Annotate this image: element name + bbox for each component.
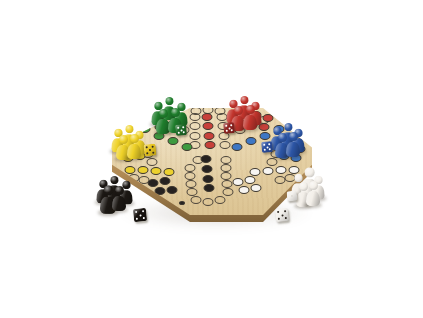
pawn-head	[289, 132, 298, 141]
track-circle[interactable]	[220, 141, 231, 149]
die-pip	[183, 131, 185, 133]
track-circle[interactable]	[215, 196, 226, 204]
red-die[interactable]	[223, 122, 235, 134]
blue-goal-circle[interactable]	[260, 132, 271, 140]
black-goal-circle[interactable]	[204, 184, 215, 192]
black-pawn[interactable]	[112, 186, 126, 211]
pawn-body	[127, 144, 141, 159]
track-circle[interactable]	[185, 164, 196, 172]
white-goal-circle[interactable]	[263, 167, 274, 175]
die-pip	[266, 146, 268, 148]
pawn-head	[246, 105, 255, 114]
red-goal-circle[interactable]	[205, 141, 216, 149]
white-goal-circle[interactable]	[250, 168, 261, 176]
red-goal-circle[interactable]	[203, 122, 214, 130]
die-pip	[182, 126, 184, 128]
pawn-body	[243, 115, 257, 130]
track-circle[interactable]	[147, 158, 158, 166]
pawn-body	[286, 142, 300, 157]
die-pip	[268, 143, 270, 145]
white-goal-circle[interactable]	[289, 166, 300, 174]
track-circle[interactable]	[190, 122, 201, 130]
blue-die[interactable]	[261, 141, 273, 153]
pawn-body	[306, 191, 320, 206]
black-goal-circle[interactable]	[201, 155, 212, 163]
die-pip	[225, 130, 227, 132]
green-goal-circle[interactable]	[168, 137, 179, 145]
green-goal-circle[interactable]	[182, 143, 193, 151]
die-pip	[269, 148, 271, 150]
pawn-head	[234, 106, 243, 115]
pawn-head	[115, 186, 124, 195]
track-circle[interactable]	[275, 176, 286, 184]
white-goal-circle[interactable]	[276, 166, 287, 174]
pawn-body	[112, 196, 126, 211]
die-pip	[180, 129, 182, 131]
black-home-circle[interactable]	[160, 177, 171, 185]
red-pawn[interactable]	[243, 105, 257, 130]
yellow-goal-circle[interactable]	[125, 166, 136, 174]
die-pip	[278, 217, 280, 219]
white-home-circle[interactable]	[251, 184, 262, 192]
white-die[interactable]	[275, 208, 289, 222]
white-pawn[interactable]	[306, 181, 320, 206]
track-circle[interactable]	[222, 180, 233, 188]
track-circle[interactable]	[223, 188, 234, 196]
die-pip	[149, 149, 151, 151]
die-pip	[135, 211, 137, 213]
die-pip	[142, 210, 144, 212]
die-pip	[281, 214, 283, 216]
pawn-head	[171, 108, 180, 117]
die-pip	[136, 217, 138, 219]
green-die[interactable]	[175, 124, 187, 136]
red-goal-circle[interactable]	[202, 113, 213, 121]
blue-goal-circle[interactable]	[232, 143, 243, 151]
pawn-head	[130, 134, 139, 143]
die-pip	[277, 211, 279, 213]
pawn-head	[159, 109, 168, 118]
black-home-circle[interactable]	[167, 186, 178, 194]
black-goal-circle[interactable]	[202, 165, 213, 173]
yellow-goal-circle[interactable]	[151, 167, 162, 175]
die-pip	[146, 146, 148, 148]
pawn-head	[110, 176, 118, 184]
track-circle[interactable]	[191, 196, 202, 204]
die-pip	[177, 126, 179, 128]
black-die[interactable]	[133, 208, 147, 222]
track-circle[interactable]	[190, 132, 201, 140]
black-start-mark-circle[interactable]	[179, 201, 185, 205]
die-pip	[291, 195, 293, 197]
track-circle[interactable]	[185, 172, 196, 180]
yellow-goal-circle[interactable]	[138, 166, 149, 174]
track-circle[interactable]	[203, 198, 214, 206]
die-pip	[142, 217, 144, 219]
yellow-goal-circle[interactable]	[164, 168, 175, 176]
track-circle[interactable]	[187, 188, 198, 196]
white-home-circle[interactable]	[233, 178, 244, 186]
black-home-circle[interactable]	[148, 179, 159, 187]
pawn-head	[240, 96, 248, 104]
track-circle[interactable]	[221, 164, 232, 172]
red-goal-circle[interactable]	[204, 132, 215, 140]
die-pip	[230, 124, 232, 126]
die-pip	[225, 124, 227, 126]
track-circle[interactable]	[186, 180, 197, 188]
blue-goal-circle[interactable]	[246, 137, 257, 145]
white-home-circle[interactable]	[239, 186, 250, 194]
product-photo-stage	[0, 0, 423, 318]
die-pip	[139, 214, 141, 216]
yellow-pawn[interactable]	[127, 134, 141, 159]
die-pip	[177, 132, 179, 134]
red-home-circle[interactable]	[263, 114, 274, 122]
die-pip	[152, 146, 154, 148]
pawn-head	[165, 97, 173, 105]
die-pip	[263, 149, 265, 151]
black-goal-circle[interactable]	[203, 175, 214, 183]
die-pip	[146, 152, 148, 154]
pawn-head	[309, 181, 318, 190]
yellow-die[interactable]	[143, 143, 156, 156]
track-circle[interactable]	[190, 113, 201, 121]
die-pip	[152, 152, 154, 154]
die-pip	[263, 143, 265, 145]
white-die[interactable]	[287, 191, 298, 202]
blue-pawn[interactable]	[286, 132, 300, 157]
die-pip	[231, 129, 233, 131]
white-home-circle[interactable]	[245, 176, 256, 184]
die-pip	[228, 127, 230, 129]
track-circle[interactable]	[221, 172, 232, 180]
die-pip	[284, 210, 286, 212]
die-pip	[284, 217, 286, 219]
